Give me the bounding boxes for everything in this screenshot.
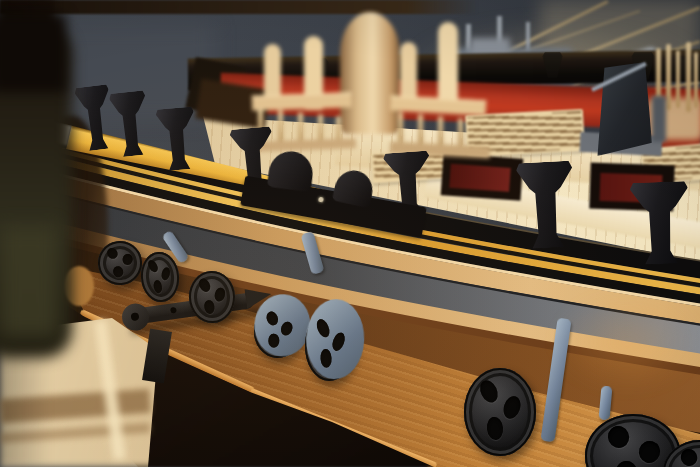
photo-grade-overlay	[0, 0, 700, 467]
model-ship-photo	[0, 0, 700, 467]
foreground-dark-corner	[0, 14, 66, 92]
foreground-tool-green-hint	[0, 226, 58, 336]
